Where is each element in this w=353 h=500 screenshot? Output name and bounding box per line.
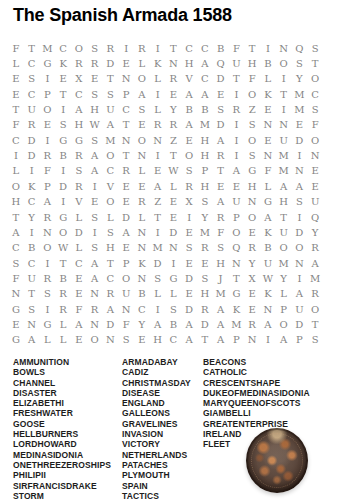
grid-cell: E [166,210,182,225]
grid-cell: L [8,164,24,179]
grid-cell: A [181,317,197,332]
grid-cell: N [276,118,292,133]
grid-cell: O [134,133,150,148]
grid-cell: D [55,179,71,194]
grid-cell: D [166,225,182,240]
grid-cell: A [229,164,245,179]
grid-cell: H [244,179,260,194]
grid-cell: V [71,195,87,210]
grid-cell: W [260,271,276,286]
grid-cell: I [55,102,71,117]
grid-cell: U [24,102,40,117]
grid-cell: C [24,195,40,210]
grid-cell: A [71,317,87,332]
grid-cell: G [229,287,245,302]
grid-cell: T [118,148,134,163]
grid-cell: E [134,179,150,194]
grid-cell: C [8,133,24,148]
grid-cell: B [260,56,276,71]
grid-cell: Z [244,102,260,117]
grid-cell: C [197,72,213,87]
grid-cell: R [40,210,56,225]
grid-cell: S [87,241,103,256]
grid-cell: I [229,118,245,133]
grid-cell: E [181,225,197,240]
grid-cell: X [71,72,87,87]
grid-cell: C [55,41,71,56]
grid-cell: S [118,333,134,348]
grid-cell: A [87,164,103,179]
grid-cell: X [244,271,260,286]
grid-cell: K [229,302,245,317]
grid-cell: S [181,164,197,179]
grid-cell: E [87,195,103,210]
grid-cell: I [24,225,40,240]
grid-cell: R [229,102,245,117]
puzzle-page: The Spanish Armada 1588 FTMCOSRIRITCCBFT… [0,0,353,500]
grid-cell: O [307,133,323,148]
grid-cell: G [260,195,276,210]
grid-cell: Q [229,241,245,256]
grid-cell: A [103,118,119,133]
word-list-item: BOWLS [13,367,111,377]
grid-cell: H [181,56,197,71]
grid-cell: B [166,317,182,332]
grid-cell: R [213,210,229,225]
grid-cell: E [244,287,260,302]
grid-cell: A [292,287,308,302]
grid-cell: G [8,302,24,317]
grid-cell: L [71,241,87,256]
grid-cell: A [24,333,40,348]
grid-cell: O [55,225,71,240]
grid-cell: R [181,179,197,194]
grid-cell: O [229,225,245,240]
grid-cell: A [197,56,213,71]
grid-cell: R [118,164,134,179]
grid-cell: S [292,56,308,71]
grid-cell: I [118,41,134,56]
grid-cell: S [8,256,24,271]
grid-cell: I [8,148,24,163]
grid-cell: L [55,333,71,348]
grid-cell: O [244,210,260,225]
grid-cell: U [276,225,292,240]
grid-cell: R [71,148,87,163]
grid-cell: E [71,333,87,348]
grid-cell: M [276,164,292,179]
word-list-item: DUKEOFMEDINASIDONIA [203,388,310,398]
grid-cell: T [103,72,119,87]
grid-cell: I [150,225,166,240]
grid-cell: R [166,118,182,133]
grid-cell: R [55,302,71,317]
grid-cell: B [181,102,197,117]
grid-cell: A [87,256,103,271]
grid-cell: C [134,302,150,317]
grid-cell: Z [150,195,166,210]
grid-cell: E [71,287,87,302]
grid-cell: S [87,87,103,102]
grid-cell: T [103,256,119,271]
grid-cell: R [87,302,103,317]
grid-cell: R [307,287,323,302]
grid-cell: E [292,118,308,133]
grid-cell: Y [24,210,40,225]
grid-cell: F [71,302,87,317]
grid-cell: I [150,148,166,163]
word-list-item: ELIZABETHI [13,398,111,408]
grid-cell: F [244,72,260,87]
grid-cell: H [197,179,213,194]
grid-cell: I [150,302,166,317]
grid-cell: R [55,287,71,302]
grid-cell: T [244,41,260,56]
grid-cell: R [87,56,103,71]
grid-cell: L [134,210,150,225]
grid-cell: D [24,148,40,163]
grid-cell: A [103,302,119,317]
grid-cell: A [40,195,56,210]
grid-cell: E [166,195,182,210]
grid-cell: A [8,225,24,240]
grid-cell: B [260,241,276,256]
grid-cell: O [276,317,292,332]
grid-cell: D [24,133,40,148]
grid-cell: R [134,195,150,210]
grid-cell: W [166,164,182,179]
grid-cell: M [150,241,166,256]
grid-cell: R [134,41,150,56]
grid-cell: C [24,256,40,271]
word-list-item: CHRISTMASDAY [122,378,191,388]
grid-cell: A [292,179,308,194]
grid-cell: M [229,317,245,332]
grid-cell: T [24,41,40,56]
grid-cell: C [307,87,323,102]
grid-cell: Y [134,317,150,332]
grid-cell: U [118,287,134,302]
grid-cell: R [71,179,87,194]
word-list-column-2: ARMADABAYCADIZCHRISTMASDAYDISEASEENGLAND… [122,357,191,500]
grid-cell: E [8,72,24,87]
grid-cell: P [292,333,308,348]
grid-cell: A [71,102,87,117]
grid-cell: M [40,41,56,56]
grid-cell: E [229,179,245,194]
grid-cell: N [134,241,150,256]
grid-cell: F [40,164,56,179]
grid-cell: N [166,56,182,71]
word-list-item: BEACONS [203,357,310,367]
grid-cell: R [103,287,119,302]
grid-cell: E [118,241,134,256]
grid-cell: H [8,195,24,210]
grid-cell: T [197,333,213,348]
grid-cell: I [229,87,245,102]
grid-cell: B [197,102,213,117]
grid-cell: G [8,333,24,348]
grid-cell: I [24,164,40,179]
grid-cell: C [118,102,134,117]
grid-cell: F [307,118,323,133]
grid-cell: A [213,333,229,348]
grid-cell: S [307,41,323,56]
grid-cell: E [55,72,71,87]
grid-cell: U [24,271,40,286]
grid-cell: O [103,195,119,210]
grid-cell: O [276,241,292,256]
word-list-item: NETHERLANDS [122,450,191,460]
grid-cell: R [71,56,87,71]
grid-cell: Y [166,102,182,117]
grid-cell: K [260,287,276,302]
grid-cell: V [103,179,119,194]
grid-cell: H [103,241,119,256]
grid-cell: S [24,72,40,87]
grid-cell: H [197,287,213,302]
grid-cell: N [166,241,182,256]
grid-cell: S [197,195,213,210]
grid-cell: P [40,179,56,194]
grid-cell: S [55,118,71,133]
grid-cell: F [229,41,245,56]
grid-cell: N [134,271,150,286]
grid-cell: H [276,195,292,210]
grid-cell: I [40,302,56,317]
grid-cell: U [276,133,292,148]
grid-cell: U [260,256,276,271]
grid-cell: N [260,148,276,163]
grid-cell: A [150,317,166,332]
grid-cell: E [244,225,260,240]
grid-cell: C [166,333,182,348]
grid-cell: S [103,225,119,240]
grid-cell: F [8,118,24,133]
word-list-item: CHANNEL [13,378,111,388]
grid-cell: S [197,271,213,286]
grid-cell: R [244,317,260,332]
word-list-item: LORDHOWARD [13,439,111,449]
grid-cell: M [276,148,292,163]
grid-cell: S [307,102,323,117]
word-list-item: AMMUNITION [13,357,111,367]
grid-cell: Y [292,72,308,87]
grid-cell: G [55,210,71,225]
grid-cell: N [8,287,24,302]
grid-cell: A [197,87,213,102]
grid-cell: Q [292,41,308,56]
word-list-item: PHILIPII [13,470,111,480]
grid-cell: T [118,118,134,133]
word-list-item: CATHOLIC [203,367,310,377]
grid-cell: B [24,241,40,256]
grid-cell: N [276,41,292,56]
grid-cell: L [8,56,24,71]
grid-cell: I [40,256,56,271]
grid-cell: C [24,87,40,102]
grid-cell: P [276,302,292,317]
grid-cell: O [40,241,56,256]
grid-cell: D [181,302,197,317]
grid-cell: R [40,148,56,163]
grid-cell: L [260,179,276,194]
grid-cell: E [197,256,213,271]
grid-cell: E [307,164,323,179]
grid-cell: D [118,210,134,225]
grid-cell: E [87,72,103,87]
grid-cell: T [8,102,24,117]
grid-cell: M [197,225,213,240]
grid-cell: A [276,179,292,194]
grid-cell: L [55,317,71,332]
grid-cell: H [197,148,213,163]
grid-cell: L [40,333,56,348]
grid-cell: D [197,317,213,332]
grid-cell: I [40,72,56,87]
grid-cell: C [103,164,119,179]
grid-cell: F [118,317,134,332]
grid-cell: U [229,195,245,210]
grid-cell: L [150,287,166,302]
grid-cell: C [24,56,40,71]
grid-cell: C [71,256,87,271]
grid-cell: O [276,56,292,71]
grid-cell: Q [307,210,323,225]
grid-cell: S [87,133,103,148]
grid-cell: D [71,225,87,240]
grid-cell: D [213,118,229,133]
grid-cell: E [134,118,150,133]
word-list-item: SIRFRANCISDRAKE [13,481,111,491]
grid-cell: N [134,148,150,163]
grid-cell: I [55,164,71,179]
grid-cell: A [213,195,229,210]
grid-cell: I [166,256,182,271]
grid-cell: F [213,225,229,240]
grid-cell: L [150,102,166,117]
grid-cell: R [213,148,229,163]
grid-cell: K [134,256,150,271]
grid-cell: N [103,333,119,348]
grid-cell: S [134,102,150,117]
grid-cell: B [55,148,71,163]
grid-cell: R [150,118,166,133]
grid-cell: B [213,41,229,56]
grid-cell: A [260,317,276,332]
grid-cell: N [24,317,40,332]
grid-cell: G [40,56,56,71]
grid-cell: N [150,133,166,148]
grid-cell: P [197,164,213,179]
grid-cell: T [229,271,245,286]
word-list-item: GALLEONS [122,408,191,418]
grid-cell: L [71,210,87,225]
word-list-item: GIAMBELLI [203,408,310,418]
word-list-item: GOOSE [13,419,111,429]
grid-cell: D [213,72,229,87]
grid-cell: T [307,56,323,71]
grid-cell: I [181,210,197,225]
grid-cell: D [292,317,308,332]
grid-cell: N [87,317,103,332]
grid-cell: L [166,287,182,302]
grid-cell: S [87,210,103,225]
grid-cell: O [292,241,308,256]
grid-cell: D [103,317,119,332]
grid-cell: P [229,210,245,225]
word-list-item: SPAIN [122,481,191,491]
grid-cell: T [55,87,71,102]
grid-cell: O [307,72,323,87]
grid-cell: J [213,271,229,286]
word-list-item: ARMADABAY [122,357,191,367]
grid-cell: S [71,164,87,179]
word-list-item: ONETHREEZEROSHIPS [13,460,111,470]
grid-cell: D [292,225,308,240]
grid-cell: K [260,87,276,102]
grid-cell: N [244,195,260,210]
grid-cell: W [55,241,71,256]
grid-cell: Y [307,225,323,240]
grid-cell: F [8,271,24,286]
grid-cell: T [55,256,71,271]
grid-cell: N [134,225,150,240]
grid-cell: N [118,72,134,87]
grid-cell: S [166,302,182,317]
grid-cell: H [197,133,213,148]
grid-cell: I [40,133,56,148]
grid-cell: R [244,241,260,256]
grid-cell: N [118,302,134,317]
grid-cell: L [260,72,276,87]
grid-cell: D [181,271,197,286]
grid-cell: U [292,302,308,317]
grid-cell: N [307,148,323,163]
grid-cell: M [292,87,308,102]
grid-cell: M [197,118,213,133]
grid-cell: O [103,148,119,163]
grid-cell: N [292,256,308,271]
grid-cell: K [150,56,166,71]
grid-cell: A [181,87,197,102]
grid-cell: I [292,210,308,225]
grid-cell: U [229,56,245,71]
grid-cell: Z [166,133,182,148]
grid-cell: S [40,287,56,302]
grid-cell: E [260,102,276,117]
grid-cell: H [71,118,87,133]
grid-cell: S [307,333,323,348]
grid-cell: H [150,333,166,348]
grid-cell: Q [213,56,229,71]
word-list-item: PLYMOUTH [122,470,191,480]
grid-cell: S [244,148,260,163]
grid-cell: P [40,87,56,102]
grid-cell: A [134,87,150,102]
grid-cell: I [276,72,292,87]
word-list-item: MEDINASIDONIA [13,450,111,460]
grid-cell: B [134,287,150,302]
grid-cell: K [24,179,40,194]
grid-cell: N [87,287,103,302]
grid-cell: S [213,102,229,117]
grid-cell: A [87,148,103,163]
grid-cell: I [87,179,103,194]
grid-cell: F [260,164,276,179]
grid-cell: H [244,56,260,71]
grid-cell: E [166,87,182,102]
